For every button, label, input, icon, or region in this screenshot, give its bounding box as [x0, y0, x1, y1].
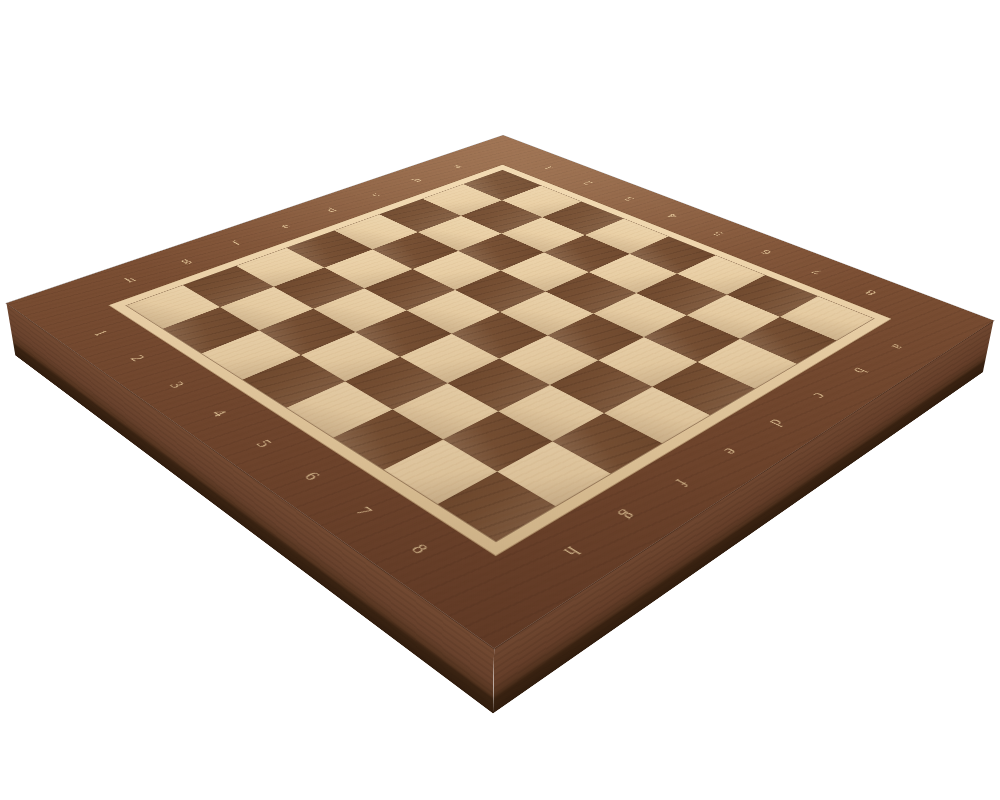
- coord-file-h-upper-left: h: [122, 276, 138, 284]
- coord-file-f-lower-right: f: [671, 477, 692, 488]
- coord-rank-4-lower-left: 4: [209, 408, 231, 419]
- coord-file-c-lower-right: c: [809, 391, 830, 401]
- product-photo-scene: 1122334455667788aabbccddeeffgghh: [0, 0, 1000, 800]
- coord-file-f-upper-left: f: [229, 240, 242, 246]
- coord-rank-7-upper-right: 7: [809, 268, 825, 275]
- coord-file-g-lower-right: g: [617, 509, 640, 523]
- square-h5[interactable]: [287, 381, 393, 437]
- coord-file-e-upper-left: e: [277, 223, 292, 230]
- coord-rank-6-upper-right: 6: [759, 249, 775, 256]
- square-e6[interactable]: [499, 335, 598, 385]
- coord-file-c-upper-left: c: [368, 192, 382, 198]
- square-d8[interactable]: [652, 362, 754, 415]
- square-g5[interactable]: [345, 357, 447, 410]
- square-h8[interactable]: [438, 472, 556, 542]
- coord-rank-2-lower-left: 2: [128, 353, 149, 363]
- square-f8[interactable]: [552, 413, 661, 473]
- square-c8[interactable]: [698, 339, 797, 389]
- coord-rank-1-upper-right: 1: [541, 165, 555, 170]
- coord-file-b-lower-right: b: [850, 366, 871, 376]
- square-f4[interactable]: [355, 310, 451, 356]
- square-g3[interactable]: [259, 309, 355, 355]
- square-e8[interactable]: [604, 387, 710, 444]
- square-h2[interactable]: [163, 307, 259, 353]
- coord-rank-7-lower-left: 7: [353, 504, 377, 517]
- coord-file-e-lower-right: e: [720, 446, 742, 458]
- square-g8[interactable]: [497, 441, 610, 506]
- coord-file-a-upper-left: a: [450, 163, 464, 168]
- square-h4[interactable]: [243, 355, 345, 408]
- square-f5[interactable]: [400, 334, 499, 383]
- square-d6[interactable]: [548, 314, 644, 361]
- coord-rank-3-lower-left: 3: [167, 379, 188, 389]
- square-f6[interactable]: [448, 359, 550, 412]
- coord-file-a-lower-right: a: [888, 342, 908, 351]
- coord-rank-4-upper-right: 4: [665, 213, 680, 219]
- coord-rank-2-upper-right: 2: [581, 180, 596, 186]
- square-d7[interactable]: [598, 337, 697, 387]
- square-f7[interactable]: [498, 385, 604, 441]
- coord-rank-8-upper-right: 8: [863, 289, 879, 297]
- chess-board: 1122334455667788aabbccddeeffgghh: [7, 135, 994, 648]
- square-g6[interactable]: [392, 383, 498, 439]
- coord-file-h-lower-right: h: [559, 544, 583, 559]
- square-h3[interactable]: [202, 330, 301, 379]
- coord-rank-5-lower-left: 5: [253, 437, 275, 449]
- coord-rank-6-lower-left: 6: [301, 470, 324, 483]
- board-top-face: 1122334455667788aabbccddeeffgghh: [7, 135, 994, 648]
- coord-rank-5-upper-right: 5: [711, 230, 726, 237]
- coord-file-d-lower-right: d: [766, 417, 788, 428]
- square-h6[interactable]: [334, 409, 443, 469]
- square-e7[interactable]: [550, 360, 652, 413]
- square-e5[interactable]: [452, 312, 548, 359]
- coord-rank-3-upper-right: 3: [622, 196, 637, 202]
- square-h7[interactable]: [384, 439, 497, 504]
- square-g7[interactable]: [443, 411, 552, 471]
- coord-rank-8-lower-left: 8: [408, 541, 432, 556]
- coord-file-g-upper-left: g: [176, 257, 192, 264]
- square-c7[interactable]: [644, 315, 740, 362]
- square-g4[interactable]: [301, 332, 400, 381]
- camera-tilt-wrapper: 1122334455667788aabbccddeeffgghh: [0, 0, 1000, 800]
- square-b8[interactable]: [740, 317, 836, 364]
- coord-file-d-upper-left: d: [323, 207, 338, 213]
- coord-file-b-upper-left: b: [409, 177, 424, 183]
- coord-rank-1-lower-left: 1: [91, 329, 111, 338]
